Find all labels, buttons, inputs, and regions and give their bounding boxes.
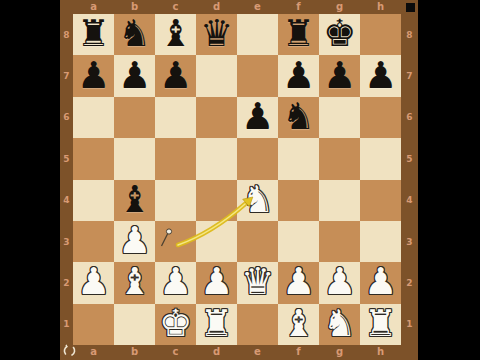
rank-label-8: 8: [401, 14, 418, 55]
square-e8[interactable]: [237, 14, 278, 55]
square-c5[interactable]: [155, 138, 196, 179]
square-g4[interactable]: [319, 180, 360, 221]
square-e1[interactable]: [237, 304, 278, 345]
piece-white-queen-e2[interactable]: ♛: [241, 263, 274, 300]
piece-white-bishop-b2[interactable]: ♝: [118, 263, 151, 300]
square-b6[interactable]: [114, 97, 155, 138]
piece-white-bishop-f1[interactable]: ♝: [282, 305, 315, 342]
square-d4[interactable]: [196, 180, 237, 221]
square-d8[interactable]: ♛: [196, 14, 237, 55]
square-d7[interactable]: [196, 55, 237, 96]
rank-label-5: 5: [60, 138, 73, 179]
file-labels-bottom: abcdefgh: [73, 345, 401, 360]
rank-label-8: 8: [60, 14, 73, 55]
file-label-f: f: [278, 345, 319, 360]
square-e6[interactable]: ♟: [237, 97, 278, 138]
piece-black-rook-a8[interactable]: ♜: [77, 15, 110, 52]
square-g5[interactable]: [319, 138, 360, 179]
square-a8[interactable]: ♜: [73, 14, 114, 55]
square-g1[interactable]: ♞: [319, 304, 360, 345]
square-c7[interactable]: ♟: [155, 55, 196, 96]
flip-board-icon[interactable]: [61, 343, 78, 359]
piece-black-bishop-c8[interactable]: ♝: [159, 15, 192, 52]
piece-black-pawn-e6[interactable]: ♟: [241, 98, 274, 135]
file-label-d: d: [196, 345, 237, 360]
square-h6[interactable]: [360, 97, 401, 138]
square-e7[interactable]: [237, 55, 278, 96]
square-f4[interactable]: [278, 180, 319, 221]
piece-white-pawn-b3[interactable]: ♟: [118, 222, 151, 259]
square-e2[interactable]: ♛: [237, 262, 278, 303]
square-f6[interactable]: ♞: [278, 97, 319, 138]
piece-white-king-c1[interactable]: ♚: [159, 305, 192, 342]
rank-label-2: 2: [60, 262, 73, 303]
square-f7[interactable]: ♟: [278, 55, 319, 96]
piece-white-pawn-a2[interactable]: ♟: [77, 263, 110, 300]
file-label-a: a: [73, 345, 114, 360]
video-frame: abcdefgh abcdefgh 87654321 87654321 ♜♞♝♛…: [0, 0, 480, 360]
square-h8[interactable]: [360, 14, 401, 55]
square-a6[interactable]: [73, 97, 114, 138]
square-b2[interactable]: ♝: [114, 262, 155, 303]
square-c6[interactable]: [155, 97, 196, 138]
square-f8[interactable]: ♜: [278, 14, 319, 55]
rank-label-7: 7: [60, 55, 73, 96]
letterbox-right: [418, 0, 480, 360]
piece-white-rook-d1[interactable]: ♜: [200, 305, 233, 342]
rank-label-1: 1: [401, 304, 418, 345]
file-label-g: g: [319, 345, 360, 360]
square-d1[interactable]: ♜: [196, 304, 237, 345]
rank-label-2: 2: [401, 262, 418, 303]
file-label-b: b: [114, 345, 155, 360]
piece-white-pawn-g2[interactable]: ♟: [323, 263, 356, 300]
square-h1[interactable]: ♜: [360, 304, 401, 345]
piece-white-pawn-h2[interactable]: ♟: [364, 263, 397, 300]
square-f1[interactable]: ♝: [278, 304, 319, 345]
square-a4[interactable]: [73, 180, 114, 221]
square-e3[interactable]: [237, 221, 278, 262]
piece-white-pawn-c2[interactable]: ♟: [159, 263, 192, 300]
board-squares: ♜♞♝♛♜♚♟♟♟♟♟♟♟♞♝♞♟♟♝♟♟♛♟♟♟♚♜♝♞♜: [73, 14, 401, 345]
square-b7[interactable]: ♟: [114, 55, 155, 96]
square-g7[interactable]: ♟: [319, 55, 360, 96]
piece-black-bishop-b4[interactable]: ♝: [118, 181, 151, 218]
square-g8[interactable]: ♚: [319, 14, 360, 55]
piece-white-pawn-f2[interactable]: ♟: [282, 263, 315, 300]
rank-label-6: 6: [401, 97, 418, 138]
square-d5[interactable]: [196, 138, 237, 179]
rank-label-3: 3: [60, 221, 73, 262]
square-h3[interactable]: [360, 221, 401, 262]
letterbox-left: [0, 0, 60, 360]
square-a2[interactable]: ♟: [73, 262, 114, 303]
file-label-h: h: [360, 345, 401, 360]
rank-label-7: 7: [401, 55, 418, 96]
square-h4[interactable]: [360, 180, 401, 221]
piece-white-rook-h1[interactable]: ♜: [364, 305, 397, 342]
square-h7[interactable]: ♟: [360, 55, 401, 96]
piece-black-pawn-g7[interactable]: ♟: [323, 57, 356, 94]
piece-black-pawn-b7[interactable]: ♟: [118, 57, 151, 94]
square-d6[interactable]: [196, 97, 237, 138]
square-c1[interactable]: ♚: [155, 304, 196, 345]
square-d3[interactable]: [196, 221, 237, 262]
square-a1[interactable]: [73, 304, 114, 345]
square-e5[interactable]: [237, 138, 278, 179]
square-d2[interactable]: ♟: [196, 262, 237, 303]
rank-labels-right: 87654321: [401, 14, 418, 345]
piece-white-pawn-d2[interactable]: ♟: [200, 263, 233, 300]
rank-label-3: 3: [401, 221, 418, 262]
square-f5[interactable]: [278, 138, 319, 179]
rank-label-5: 5: [401, 138, 418, 179]
square-b1[interactable]: [114, 304, 155, 345]
square-g2[interactable]: ♟: [319, 262, 360, 303]
piece-black-queen-d8[interactable]: ♛: [200, 15, 233, 52]
piece-black-pawn-c7[interactable]: ♟: [159, 57, 192, 94]
square-c4[interactable]: [155, 180, 196, 221]
chess-board: abcdefgh abcdefgh 87654321 87654321 ♜♞♝♛…: [60, 0, 418, 360]
square-c2[interactable]: ♟: [155, 262, 196, 303]
square-b5[interactable]: [114, 138, 155, 179]
square-f3[interactable]: [278, 221, 319, 262]
piece-black-knight-f6[interactable]: ♞: [282, 98, 315, 135]
square-b4[interactable]: ♝: [114, 180, 155, 221]
square-a7[interactable]: ♟: [73, 55, 114, 96]
file-label-h: h: [360, 0, 401, 14]
square-h2[interactable]: ♟: [360, 262, 401, 303]
piece-white-knight-e4[interactable]: ♞: [241, 181, 274, 218]
rank-label-6: 6: [60, 97, 73, 138]
square-c8[interactable]: ♝: [155, 14, 196, 55]
piece-black-pawn-f7[interactable]: ♟: [282, 57, 315, 94]
rank-label-4: 4: [60, 180, 73, 221]
square-b3[interactable]: ♟: [114, 221, 155, 262]
piece-black-pawn-a7[interactable]: ♟: [77, 57, 110, 94]
piece-black-knight-b8[interactable]: ♞: [118, 15, 151, 52]
square-h5[interactable]: [360, 138, 401, 179]
rank-label-1: 1: [60, 304, 73, 345]
file-label-e: e: [237, 345, 278, 360]
piece-black-pawn-h7[interactable]: ♟: [364, 57, 397, 94]
square-g3[interactable]: [319, 221, 360, 262]
corner-marker-icon: [406, 3, 415, 12]
piece-black-king-g8[interactable]: ♚: [323, 15, 356, 52]
square-a5[interactable]: [73, 138, 114, 179]
square-b8[interactable]: ♞: [114, 14, 155, 55]
square-e4[interactable]: ♞: [237, 180, 278, 221]
file-label-e: e: [237, 0, 278, 14]
rank-label-4: 4: [401, 180, 418, 221]
square-f2[interactable]: ♟: [278, 262, 319, 303]
piece-black-rook-f8[interactable]: ♜: [282, 15, 315, 52]
square-c3[interactable]: [155, 221, 196, 262]
square-g6[interactable]: [319, 97, 360, 138]
square-a3[interactable]: [73, 221, 114, 262]
file-label-c: c: [155, 345, 196, 360]
rank-labels-left: 87654321: [60, 14, 73, 345]
piece-white-knight-g1[interactable]: ♞: [323, 305, 356, 342]
